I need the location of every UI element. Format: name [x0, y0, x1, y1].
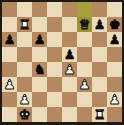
square-a3[interactable]: ♟ [2, 77, 17, 92]
square-d4[interactable] [47, 62, 62, 77]
square-b3[interactable] [17, 77, 32, 92]
square-a2[interactable] [2, 92, 17, 107]
piece-black-pawn[interactable]: ♟ [64, 48, 76, 61]
square-g2[interactable] [92, 92, 107, 107]
square-f3[interactable]: ♟ [77, 77, 92, 92]
square-a1[interactable] [2, 107, 17, 122]
piece-white-rook[interactable]: ♜ [94, 108, 106, 121]
square-f7[interactable]: ♛ [77, 17, 92, 32]
square-g8[interactable] [92, 2, 107, 17]
square-d8[interactable] [47, 2, 62, 17]
square-g4[interactable] [92, 62, 107, 77]
square-c6[interactable]: ♟ [32, 32, 47, 47]
square-e3[interactable] [62, 77, 77, 92]
square-h6[interactable]: ♟ [107, 32, 122, 47]
square-c7[interactable] [32, 17, 47, 32]
square-c5[interactable] [32, 47, 47, 62]
square-g7[interactable]: ♟ [92, 17, 107, 32]
square-a6[interactable]: ♟ [2, 32, 17, 47]
piece-white-king[interactable]: ♚ [19, 108, 31, 121]
square-e1[interactable] [62, 107, 77, 122]
piece-white-pawn[interactable]: ♟ [19, 93, 31, 106]
square-d3[interactable] [47, 77, 62, 92]
square-c4[interactable]: ♞ [32, 62, 47, 77]
square-h2[interactable]: ♟ [107, 92, 122, 107]
square-d2[interactable] [47, 92, 62, 107]
square-e8[interactable] [62, 2, 77, 17]
piece-black-pawn[interactable]: ♟ [4, 33, 16, 46]
square-b4[interactable] [17, 62, 32, 77]
square-g6[interactable] [92, 32, 107, 47]
piece-black-king[interactable]: ♚ [109, 18, 121, 31]
square-a8[interactable] [2, 2, 17, 17]
square-h1[interactable] [107, 107, 122, 122]
square-h8[interactable] [107, 2, 122, 17]
piece-black-pawn[interactable]: ♟ [94, 18, 106, 31]
square-h3[interactable] [107, 77, 122, 92]
square-g5[interactable] [92, 47, 107, 62]
square-a4[interactable] [2, 62, 17, 77]
piece-white-pawn[interactable]: ♟ [4, 78, 16, 91]
square-b6[interactable] [17, 32, 32, 47]
piece-white-queen[interactable]: ♛ [79, 18, 91, 31]
square-g3[interactable] [92, 77, 107, 92]
piece-black-pawn[interactable]: ♟ [109, 33, 121, 46]
square-h4[interactable] [107, 62, 122, 77]
square-b5[interactable] [17, 47, 32, 62]
square-c3[interactable] [32, 77, 47, 92]
square-g1[interactable]: ♜ [92, 107, 107, 122]
square-f8[interactable] [77, 2, 92, 17]
square-b2[interactable]: ♟ [17, 92, 32, 107]
square-e4[interactable]: ♟ [62, 62, 77, 77]
square-e6[interactable] [62, 32, 77, 47]
square-d5[interactable] [47, 47, 62, 62]
piece-white-rook[interactable]: ♜ [19, 18, 31, 31]
square-a7[interactable] [2, 17, 17, 32]
square-f1[interactable] [77, 107, 92, 122]
square-e5[interactable]: ♟ [62, 47, 77, 62]
piece-black-knight[interactable]: ♞ [34, 63, 46, 76]
piece-white-pawn[interactable]: ♟ [109, 93, 121, 106]
square-b8[interactable] [17, 2, 32, 17]
square-b1[interactable]: ♚ [17, 107, 32, 122]
square-f5[interactable] [77, 47, 92, 62]
square-d7[interactable] [47, 17, 62, 32]
square-d1[interactable] [47, 107, 62, 122]
square-c1[interactable] [32, 107, 47, 122]
piece-white-pawn[interactable]: ♟ [79, 78, 91, 91]
square-a5[interactable] [2, 47, 17, 62]
square-h5[interactable] [107, 47, 122, 62]
square-f6[interactable] [77, 32, 92, 47]
square-f4[interactable] [77, 62, 92, 77]
square-d6[interactable] [47, 32, 62, 47]
square-c2[interactable] [32, 92, 47, 107]
piece-white-pawn[interactable]: ♟ [64, 63, 76, 76]
square-f2[interactable] [77, 92, 92, 107]
square-h7[interactable]: ♚ [107, 17, 122, 32]
square-b7[interactable]: ♜ [17, 17, 32, 32]
square-c8[interactable] [32, 2, 47, 17]
piece-black-pawn[interactable]: ♟ [34, 33, 46, 46]
square-e2[interactable] [62, 92, 77, 107]
square-e7[interactable] [62, 17, 77, 32]
chess-board: ♜♛♟♚♟♟♟♟♞♟♟♟♟♟♚♜ [0, 0, 124, 125]
